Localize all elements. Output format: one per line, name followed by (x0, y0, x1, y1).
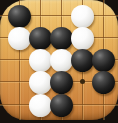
black-stone (50, 71, 73, 94)
star-point (80, 79, 85, 84)
white-stone (71, 27, 94, 50)
white-stone (71, 5, 94, 28)
white-stone (29, 71, 52, 94)
go-board (0, 0, 118, 120)
screen (0, 0, 118, 123)
black-stone (50, 94, 73, 117)
black-stone (92, 71, 115, 94)
black-stone (50, 27, 73, 50)
black-stone (92, 49, 115, 72)
black-stone (8, 5, 31, 28)
white-stone (29, 94, 52, 117)
white-stone (8, 27, 31, 50)
white-stone (50, 49, 73, 72)
white-stone (29, 49, 52, 72)
go-app-icon[interactable] (0, 0, 118, 120)
black-stone (71, 49, 94, 72)
black-stone (29, 27, 52, 50)
